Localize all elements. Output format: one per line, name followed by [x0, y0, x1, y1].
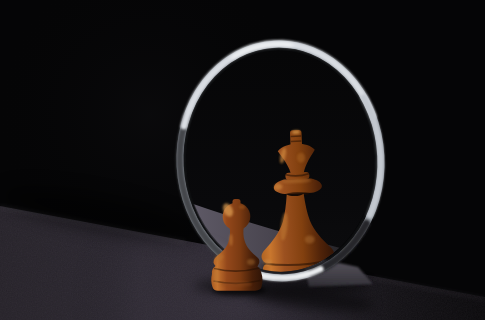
photo-chess-mirror — [0, 0, 485, 320]
pawn-specular-neck — [229, 234, 232, 246]
pawn-wear-ball — [239, 205, 245, 209]
pawn-base-sheen — [220, 281, 252, 287]
photo-canvas — [0, 0, 485, 320]
pawn-wear-body — [247, 259, 255, 265]
pawn-specular-base — [213, 268, 219, 284]
